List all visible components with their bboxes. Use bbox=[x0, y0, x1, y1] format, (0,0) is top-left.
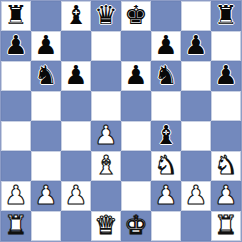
piece-white-pawn[interactable]: ♟ bbox=[184, 182, 207, 208]
piece-black-rook[interactable]: ♜ bbox=[214, 2, 237, 28]
chess-board: ♜♝♛♚♜♟♟♟♟♞♟♟♞♟♟♝♝♞♞♟♟♟♟♟♟♜♛♚♜ bbox=[0, 0, 242, 242]
piece-black-knight[interactable]: ♞ bbox=[154, 62, 177, 88]
square-c8[interactable]: ♝ bbox=[61, 1, 91, 31]
square-g8[interactable] bbox=[181, 1, 211, 31]
piece-black-pawn[interactable]: ♟ bbox=[64, 62, 87, 88]
square-e1[interactable]: ♚ bbox=[121, 211, 151, 241]
square-h1[interactable]: ♜ bbox=[211, 211, 241, 241]
square-a4[interactable] bbox=[1, 121, 31, 151]
square-g1[interactable] bbox=[181, 211, 211, 241]
square-b1[interactable] bbox=[31, 211, 61, 241]
piece-black-bishop[interactable]: ♝ bbox=[154, 122, 177, 148]
square-a1[interactable]: ♜ bbox=[1, 211, 31, 241]
square-b4[interactable] bbox=[31, 121, 61, 151]
square-e6[interactable]: ♟ bbox=[121, 61, 151, 91]
piece-black-knight[interactable]: ♞ bbox=[34, 62, 57, 88]
piece-white-pawn[interactable]: ♟ bbox=[214, 182, 237, 208]
square-f4[interactable]: ♝ bbox=[151, 121, 181, 151]
piece-black-pawn[interactable]: ♟ bbox=[34, 32, 57, 58]
square-e2[interactable] bbox=[121, 181, 151, 211]
square-c7[interactable] bbox=[61, 31, 91, 61]
square-b6[interactable]: ♞ bbox=[31, 61, 61, 91]
piece-white-pawn[interactable]: ♟ bbox=[154, 182, 177, 208]
square-d6[interactable] bbox=[91, 61, 121, 91]
square-d1[interactable]: ♛ bbox=[91, 211, 121, 241]
square-c3[interactable] bbox=[61, 151, 91, 181]
square-g3[interactable] bbox=[181, 151, 211, 181]
square-c5[interactable] bbox=[61, 91, 91, 121]
square-a2[interactable]: ♟ bbox=[1, 181, 31, 211]
square-f3[interactable]: ♞ bbox=[151, 151, 181, 181]
square-g6[interactable] bbox=[181, 61, 211, 91]
piece-black-bishop[interactable]: ♝ bbox=[64, 2, 87, 28]
piece-black-rook[interactable]: ♜ bbox=[4, 2, 27, 28]
square-h6[interactable]: ♟ bbox=[211, 61, 241, 91]
square-e4[interactable] bbox=[121, 121, 151, 151]
piece-white-knight[interactable]: ♞ bbox=[154, 152, 177, 178]
piece-black-pawn[interactable]: ♟ bbox=[4, 32, 27, 58]
square-d4[interactable]: ♟ bbox=[91, 121, 121, 151]
square-h5[interactable] bbox=[211, 91, 241, 121]
square-e5[interactable] bbox=[121, 91, 151, 121]
square-d5[interactable] bbox=[91, 91, 121, 121]
piece-white-pawn[interactable]: ♟ bbox=[94, 122, 117, 148]
square-g7[interactable]: ♟ bbox=[181, 31, 211, 61]
square-h7[interactable] bbox=[211, 31, 241, 61]
square-f2[interactable]: ♟ bbox=[151, 181, 181, 211]
square-d2[interactable] bbox=[91, 181, 121, 211]
piece-white-rook[interactable]: ♜ bbox=[4, 212, 27, 238]
piece-white-king[interactable]: ♚ bbox=[124, 212, 147, 238]
square-h2[interactable]: ♟ bbox=[211, 181, 241, 211]
square-d3[interactable]: ♝ bbox=[91, 151, 121, 181]
square-a7[interactable]: ♟ bbox=[1, 31, 31, 61]
square-e3[interactable] bbox=[121, 151, 151, 181]
square-c6[interactable]: ♟ bbox=[61, 61, 91, 91]
square-f5[interactable] bbox=[151, 91, 181, 121]
square-e7[interactable] bbox=[121, 31, 151, 61]
square-b5[interactable] bbox=[31, 91, 61, 121]
piece-black-pawn[interactable]: ♟ bbox=[124, 62, 147, 88]
square-g2[interactable]: ♟ bbox=[181, 181, 211, 211]
square-d7[interactable] bbox=[91, 31, 121, 61]
square-f1[interactable] bbox=[151, 211, 181, 241]
square-a3[interactable] bbox=[1, 151, 31, 181]
square-c4[interactable] bbox=[61, 121, 91, 151]
piece-black-king[interactable]: ♚ bbox=[124, 2, 147, 28]
square-e8[interactable]: ♚ bbox=[121, 1, 151, 31]
piece-white-pawn[interactable]: ♟ bbox=[34, 182, 57, 208]
piece-black-pawn[interactable]: ♟ bbox=[154, 32, 177, 58]
square-b2[interactable]: ♟ bbox=[31, 181, 61, 211]
square-g5[interactable] bbox=[181, 91, 211, 121]
square-c1[interactable] bbox=[61, 211, 91, 241]
square-f7[interactable]: ♟ bbox=[151, 31, 181, 61]
square-b3[interactable] bbox=[31, 151, 61, 181]
piece-white-queen[interactable]: ♛ bbox=[94, 212, 117, 238]
square-h4[interactable] bbox=[211, 121, 241, 151]
square-b7[interactable]: ♟ bbox=[31, 31, 61, 61]
piece-black-queen[interactable]: ♛ bbox=[94, 2, 117, 28]
square-f6[interactable]: ♞ bbox=[151, 61, 181, 91]
square-g4[interactable] bbox=[181, 121, 211, 151]
piece-white-rook[interactable]: ♜ bbox=[214, 212, 237, 238]
square-a6[interactable] bbox=[1, 61, 31, 91]
square-b8[interactable] bbox=[31, 1, 61, 31]
square-f8[interactable] bbox=[151, 1, 181, 31]
square-c2[interactable]: ♟ bbox=[61, 181, 91, 211]
square-d8[interactable]: ♛ bbox=[91, 1, 121, 31]
square-a8[interactable]: ♜ bbox=[1, 1, 31, 31]
square-h3[interactable]: ♞ bbox=[211, 151, 241, 181]
piece-white-bishop[interactable]: ♝ bbox=[94, 152, 117, 178]
piece-black-pawn[interactable]: ♟ bbox=[214, 62, 237, 88]
square-h8[interactable]: ♜ bbox=[211, 1, 241, 31]
chess-board-wrapper: ♜♝♛♚♜♟♟♟♟♞♟♟♞♟♟♝♝♞♞♟♟♟♟♟♟♜♛♚♜ bbox=[0, 0, 242, 242]
piece-white-pawn[interactable]: ♟ bbox=[4, 182, 27, 208]
piece-white-pawn[interactable]: ♟ bbox=[64, 182, 87, 208]
square-a5[interactable] bbox=[1, 91, 31, 121]
piece-black-pawn[interactable]: ♟ bbox=[184, 32, 207, 58]
piece-white-knight[interactable]: ♞ bbox=[214, 152, 237, 178]
